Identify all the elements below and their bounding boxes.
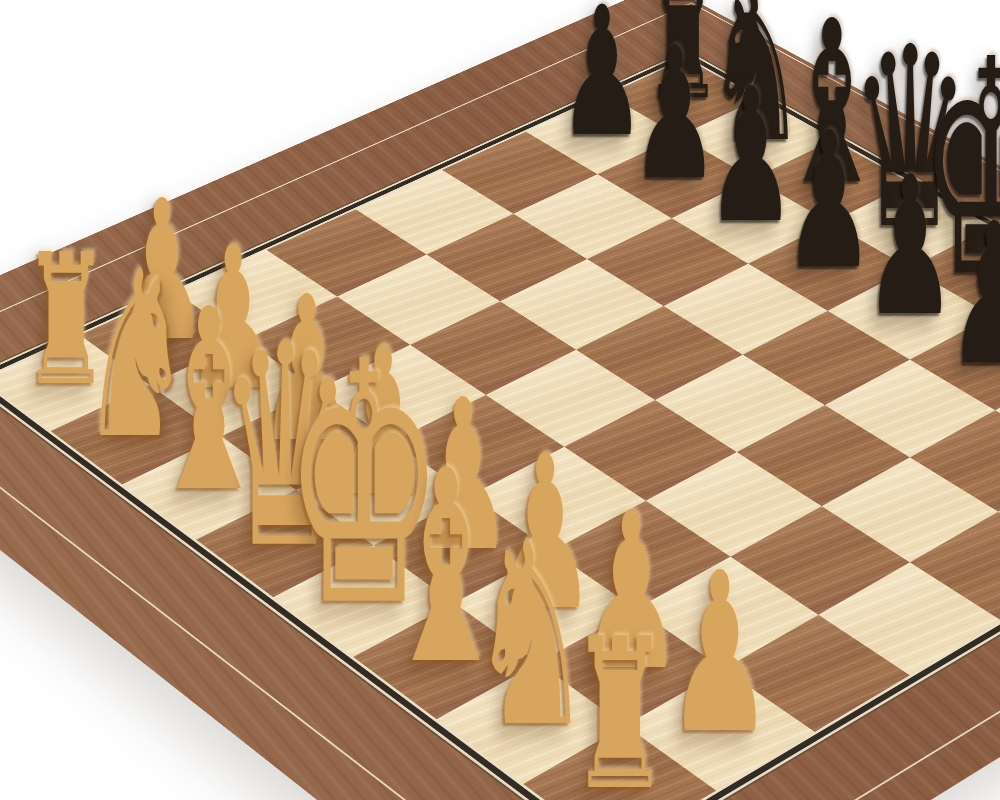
photo-scene: ♜♞♝♛♚♝♞♜♟♟♟♟♟♟♟♟♟♟♟♟♟♟♟♟♜♞♝♛♚♝♞♜ <box>0 0 1000 800</box>
piece-black-pawn-d7[interactable]: ♟ <box>784 108 875 296</box>
piece-black-pawn-f7[interactable]: ♟ <box>947 198 1000 393</box>
piece-white-pawn-h2[interactable]: ♟ <box>666 543 773 764</box>
piece-black-pawn-e7[interactable]: ♟ <box>864 152 957 344</box>
piece-white-rook-h1[interactable]: ♜ <box>569 613 669 800</box>
pieces-layer: ♜♞♝♛♚♝♞♜♟♟♟♟♟♟♟♟♟♟♟♟♟♟♟♟♜♞♝♛♚♝♞♜ <box>0 0 1000 800</box>
piece-black-pawn-c7[interactable]: ♟ <box>706 65 795 250</box>
